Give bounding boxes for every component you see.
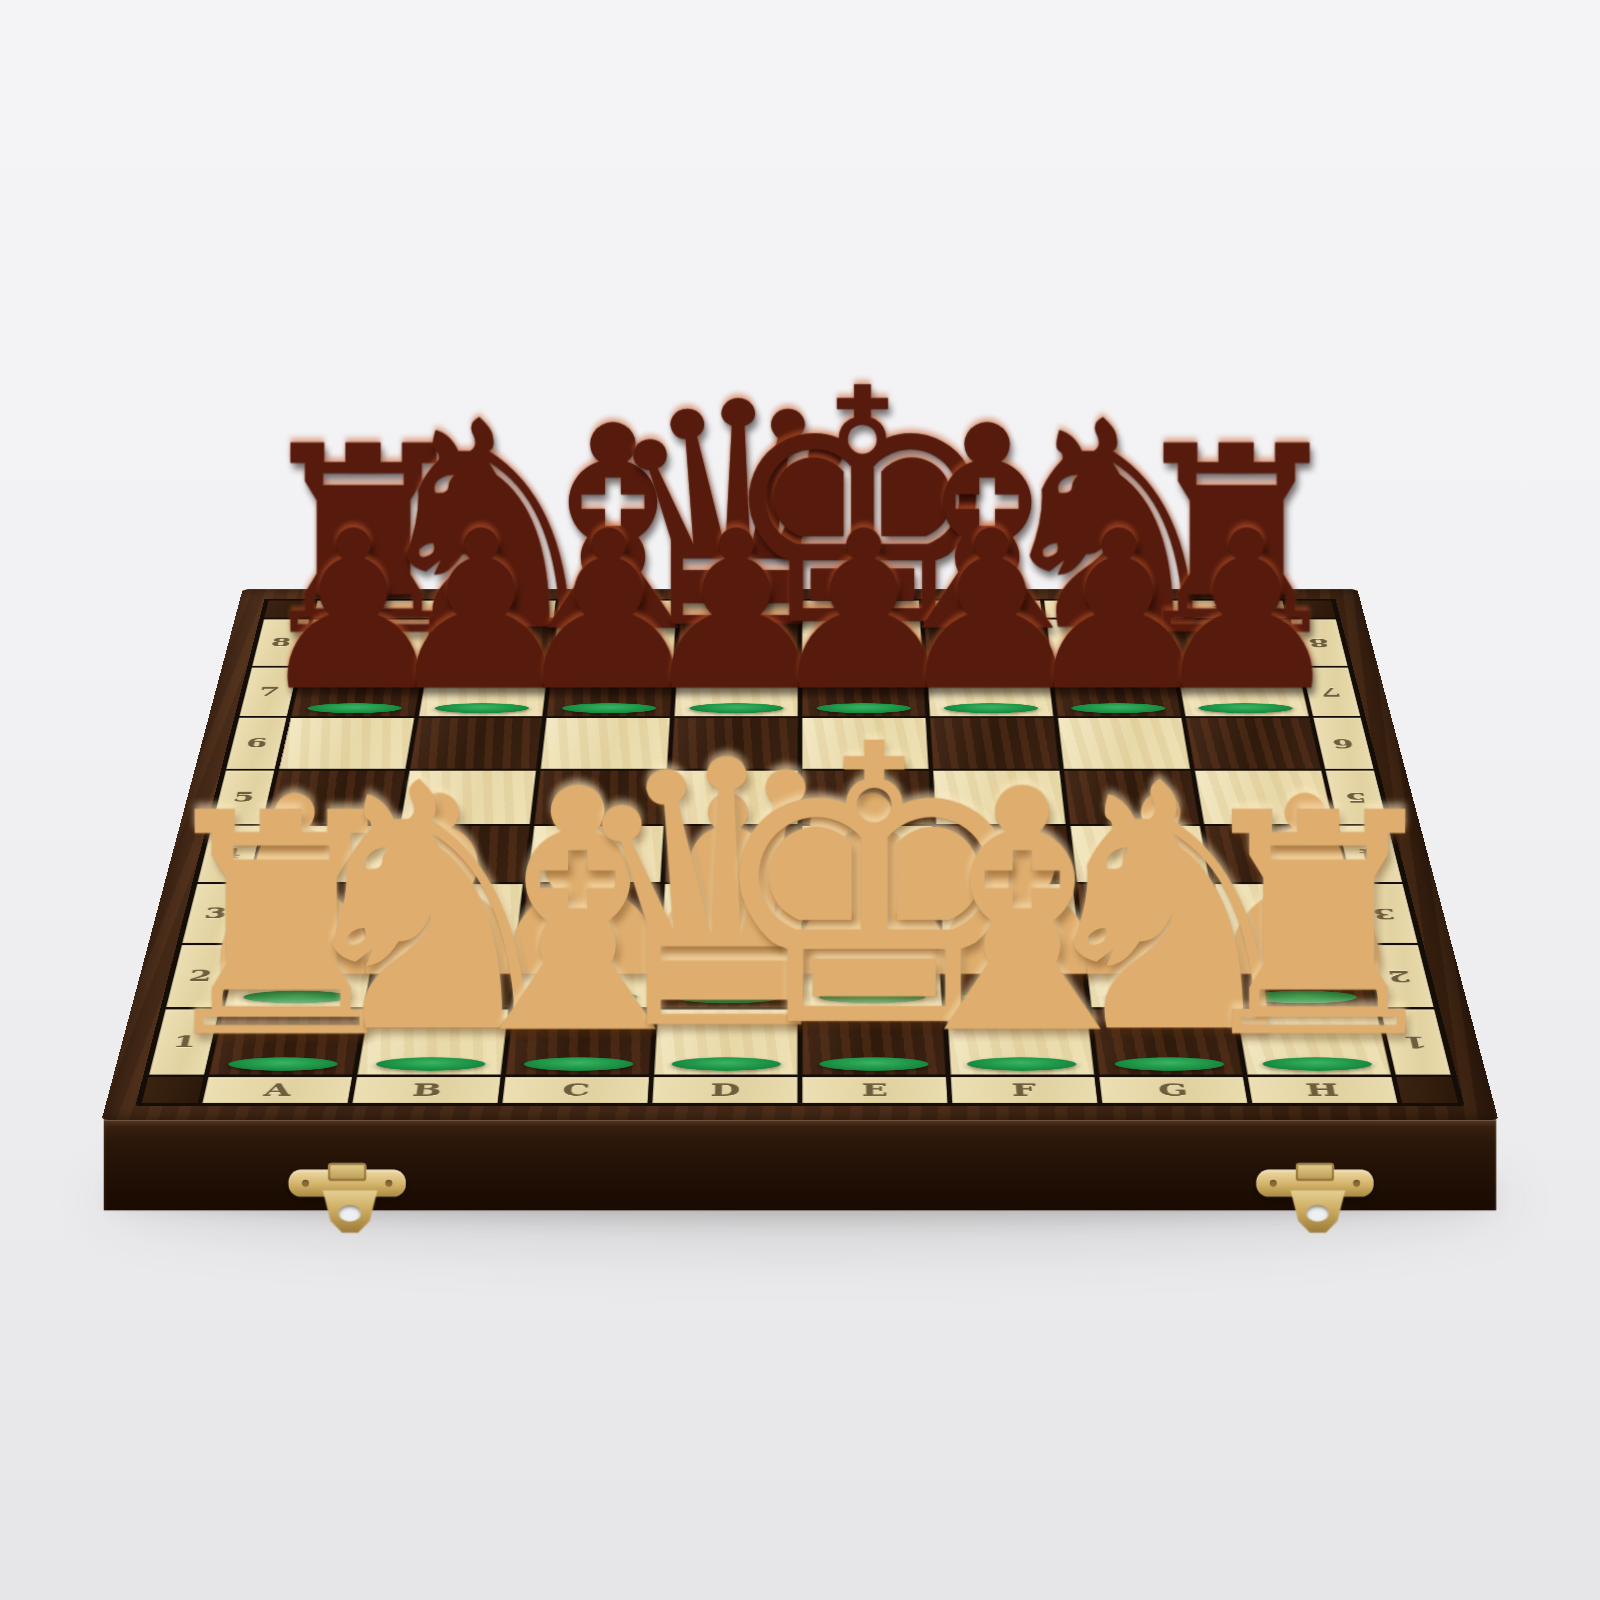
file-label-front-a-text: A (263, 1082, 293, 1098)
square-h7[interactable]: ♟ (1177, 667, 1309, 716)
piece-white-rook-h1[interactable]: ♜ (1181, 773, 1457, 1080)
file-label-front-b-text: B (411, 1082, 443, 1098)
board-inner: ABCDEFGH8♜♞♝♛♚♝♞♜87♟♟♟♟♟♟♟♟7665544332♟♟♟… (136, 599, 1465, 1106)
file-label-front-c-text: C (562, 1082, 591, 1098)
square-h1[interactable]: ♜ (1236, 1009, 1391, 1075)
file-label-front-e: E (802, 1077, 948, 1103)
file-label-back-d-text: D (727, 604, 752, 615)
box-front-face (104, 1120, 1496, 1210)
file-label-back-b-text: B (483, 604, 508, 615)
latch-buckle (328, 1163, 366, 1181)
file-label-front-c: C (502, 1077, 649, 1103)
piece-black-pawn-h7[interactable]: ♟ (1148, 502, 1344, 721)
brass-latch-left (289, 1170, 406, 1197)
file-label-front-b: B (352, 1077, 501, 1103)
photo-background: ABCDEFGH8♜♞♝♛♚♝♞♜87♟♟♟♟♟♟♟♟7665544332♟♟♟… (0, 0, 1600, 1600)
latch-hole (1307, 1205, 1330, 1222)
latch-buckle (1296, 1163, 1334, 1181)
rank-label-right-8-text: 8 (1308, 637, 1331, 648)
file-label-front-e-text: E (861, 1082, 888, 1098)
file-label-front-g: G (1099, 1077, 1248, 1103)
brass-latch-right (1257, 1170, 1374, 1197)
file-label-front-a: A (202, 1077, 352, 1103)
file-label-front-h: H (1248, 1077, 1398, 1103)
file-label-front-f: F (951, 1077, 1098, 1103)
file-label-front-f-text: F (1011, 1082, 1037, 1098)
frame-corner-front-left (142, 1077, 204, 1103)
file-label-back-c-text: C (606, 604, 629, 615)
file-label-back-h-text: H (1211, 604, 1240, 615)
file-label-back-g-text: G (1091, 604, 1117, 615)
frame-corner-front-right (1396, 1077, 1458, 1103)
file-label-front-h-text: H (1304, 1082, 1340, 1098)
file-label-back-a-text: A (362, 604, 386, 615)
latch-hole (339, 1205, 362, 1222)
chess-box: ABCDEFGH8♜♞♝♛♚♝♞♜87♟♟♟♟♟♟♟♟7665544332♟♟♟… (102, 589, 1499, 1120)
file-label-front-d-text: D (710, 1082, 740, 1098)
file-label-back-e-text: E (850, 604, 872, 615)
file-label-back-f-text: F (972, 604, 993, 615)
file-label-front-g-text: G (1157, 1082, 1189, 1098)
board-frame: ABCDEFGH8♜♞♝♛♚♝♞♜87♟♟♟♟♟♟♟♟7665544332♟♟♟… (102, 589, 1499, 1120)
file-label-front-d: D (652, 1077, 798, 1103)
rank-label-right-7-text: 7 (1319, 686, 1342, 698)
